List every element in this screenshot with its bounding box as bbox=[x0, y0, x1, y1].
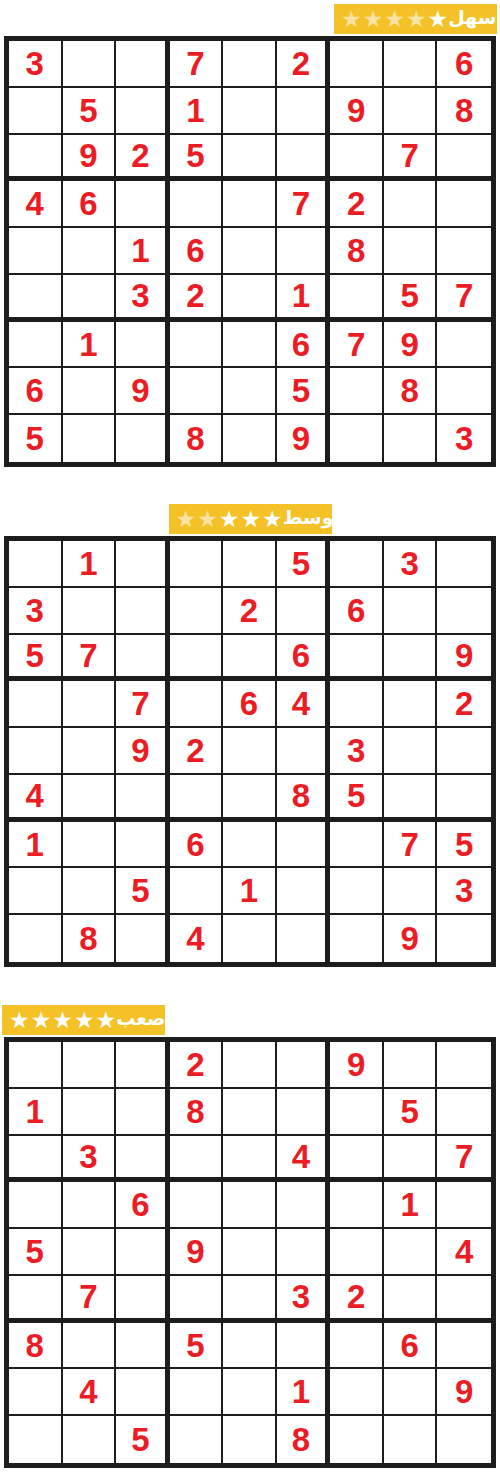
sudoku-cell: 4 bbox=[437, 1229, 491, 1276]
sudoku-cell[interactable] bbox=[116, 588, 170, 635]
sudoku-cell: 8 bbox=[277, 1416, 331, 1463]
sudoku-cell: 6 bbox=[9, 368, 63, 415]
sudoku-cell[interactable] bbox=[384, 775, 438, 822]
sudoku-cell: 5 bbox=[63, 88, 117, 135]
sudoku-cell[interactable] bbox=[330, 368, 384, 415]
sudoku-cell[interactable] bbox=[63, 728, 117, 775]
sudoku-cell: 5 bbox=[116, 868, 170, 915]
sudoku-cell: 6 bbox=[384, 1323, 438, 1370]
sudoku-cell: 6 bbox=[330, 588, 384, 635]
sudoku-cell[interactable] bbox=[116, 88, 170, 135]
sudoku-cell[interactable] bbox=[277, 1182, 331, 1229]
sudoku-cell: 5 bbox=[437, 822, 491, 869]
sudoku-cell[interactable] bbox=[63, 41, 117, 88]
sudoku-cell: 2 bbox=[170, 1042, 224, 1089]
sudoku-cell: 2 bbox=[277, 41, 331, 88]
sudoku-cell[interactable] bbox=[170, 322, 224, 369]
puzzle-section-easy: ★★★★★ سهل 372651989257467216832157167969… bbox=[0, 0, 500, 467]
star-icon: ★ bbox=[52, 1009, 73, 1032]
sudoku-cell: 3 bbox=[277, 1276, 331, 1323]
sudoku-cell[interactable] bbox=[223, 1182, 277, 1229]
sudoku-cell: 3 bbox=[384, 541, 438, 588]
sudoku-cell[interactable] bbox=[223, 1136, 277, 1183]
sudoku-cell: 9 bbox=[170, 1229, 224, 1276]
sudoku-cell: 6 bbox=[223, 681, 277, 728]
sudoku-cell: 3 bbox=[9, 41, 63, 88]
sudoku-cell[interactable] bbox=[170, 1136, 224, 1183]
sudoku-cell: 7 bbox=[384, 135, 438, 182]
sudoku-grid-hard: 291853476159473285641958 bbox=[4, 1037, 496, 1468]
sudoku-cell[interactable] bbox=[437, 915, 491, 962]
sudoku-cell: 1 bbox=[170, 88, 224, 135]
sudoku-cell: 8 bbox=[170, 415, 224, 462]
sudoku-cell: 4 bbox=[63, 1369, 117, 1416]
difficulty-label-medium: وسط bbox=[283, 508, 334, 530]
sudoku-cell[interactable] bbox=[384, 1369, 438, 1416]
sudoku-cell: 2 bbox=[170, 275, 224, 322]
sudoku-cell[interactable] bbox=[223, 1416, 277, 1463]
sudoku-cell[interactable] bbox=[170, 1276, 224, 1323]
sudoku-cell[interactable] bbox=[116, 822, 170, 869]
sudoku-cell: 4 bbox=[9, 775, 63, 822]
sudoku-cell[interactable] bbox=[116, 775, 170, 822]
sudoku-cell[interactable] bbox=[9, 1042, 63, 1089]
sudoku-cell[interactable] bbox=[223, 915, 277, 962]
sudoku-cell: 1 bbox=[277, 275, 331, 322]
sudoku-cell[interactable] bbox=[223, 41, 277, 88]
sudoku-cell[interactable] bbox=[277, 728, 331, 775]
sudoku-cell: 5 bbox=[384, 275, 438, 322]
star-icon: ★ bbox=[9, 1009, 30, 1032]
star-icon: ★ bbox=[341, 8, 362, 31]
sudoku-cell: 9 bbox=[63, 135, 117, 182]
star-icon: ★ bbox=[197, 508, 218, 531]
sudoku-cell[interactable] bbox=[437, 1323, 491, 1370]
sudoku-cell[interactable] bbox=[9, 681, 63, 728]
banner-row-hard: ★★★★★ صعب bbox=[0, 1005, 500, 1035]
sudoku-cell[interactable] bbox=[63, 275, 117, 322]
sudoku-cell: 8 bbox=[9, 1323, 63, 1370]
sudoku-cell[interactable] bbox=[170, 368, 224, 415]
sudoku-cell[interactable] bbox=[9, 135, 63, 182]
sudoku-cell: 3 bbox=[63, 1136, 117, 1183]
sudoku-cell[interactable] bbox=[223, 1089, 277, 1136]
sudoku-cell: 1 bbox=[116, 228, 170, 275]
sudoku-cell[interactable] bbox=[277, 1042, 331, 1089]
sudoku-cell: 9 bbox=[116, 368, 170, 415]
sudoku-cell[interactable] bbox=[330, 1416, 384, 1463]
puzzle-section-medium: ★★★★★ وسط 153326576976429234851675513849 bbox=[0, 504, 500, 967]
sudoku-cell[interactable] bbox=[223, 88, 277, 135]
sudoku-cell: 5 bbox=[330, 775, 384, 822]
sudoku-cell: 7 bbox=[63, 635, 117, 682]
sudoku-cell[interactable] bbox=[116, 322, 170, 369]
difficulty-banner-medium: ★★★★★ وسط bbox=[169, 504, 332, 534]
sudoku-cell[interactable] bbox=[63, 681, 117, 728]
sudoku-cell[interactable] bbox=[9, 1136, 63, 1183]
sudoku-cell[interactable] bbox=[277, 135, 331, 182]
sudoku-cell: 7 bbox=[384, 822, 438, 869]
sudoku-cell[interactable] bbox=[9, 1276, 63, 1323]
sudoku-cell: 9 bbox=[330, 1042, 384, 1089]
sudoku-cell: 3 bbox=[330, 728, 384, 775]
sudoku-cell[interactable] bbox=[437, 1089, 491, 1136]
sudoku-cell: 2 bbox=[330, 181, 384, 228]
sudoku-cell: 8 bbox=[277, 775, 331, 822]
sudoku-cell[interactable] bbox=[170, 181, 224, 228]
sudoku-cell[interactable] bbox=[330, 915, 384, 962]
sudoku-cell[interactable] bbox=[437, 728, 491, 775]
star-icon: ★ bbox=[31, 1009, 52, 1032]
sudoku-cell[interactable] bbox=[384, 635, 438, 682]
sudoku-cell[interactable] bbox=[384, 415, 438, 462]
sudoku-cell[interactable] bbox=[170, 1369, 224, 1416]
sudoku-cell[interactable] bbox=[330, 1136, 384, 1183]
sudoku-cell[interactable] bbox=[63, 228, 117, 275]
sudoku-cell[interactable] bbox=[277, 588, 331, 635]
sudoku-cell[interactable] bbox=[437, 322, 491, 369]
sudoku-cell[interactable] bbox=[384, 1416, 438, 1463]
sudoku-cell[interactable] bbox=[277, 822, 331, 869]
sudoku-cell[interactable] bbox=[223, 135, 277, 182]
sudoku-cell[interactable] bbox=[384, 41, 438, 88]
sudoku-cell[interactable] bbox=[223, 275, 277, 322]
sudoku-cell[interactable] bbox=[223, 181, 277, 228]
sudoku-cell[interactable] bbox=[116, 181, 170, 228]
sudoku-cell[interactable] bbox=[277, 1323, 331, 1370]
sudoku-cell: 7 bbox=[330, 322, 384, 369]
sudoku-cell[interactable] bbox=[116, 635, 170, 682]
sudoku-cell: 4 bbox=[277, 1136, 331, 1183]
sudoku-cell[interactable] bbox=[384, 88, 438, 135]
sudoku-cell[interactable] bbox=[116, 1089, 170, 1136]
sudoku-cell: 5 bbox=[170, 135, 224, 182]
sudoku-cell[interactable] bbox=[330, 1229, 384, 1276]
sudoku-cell[interactable] bbox=[170, 541, 224, 588]
sudoku-cell[interactable] bbox=[330, 1323, 384, 1370]
sudoku-cell[interactable] bbox=[9, 1182, 63, 1229]
sudoku-grid-medium: 153326576976429234851675513849 bbox=[4, 536, 496, 967]
sudoku-cell[interactable] bbox=[437, 1042, 491, 1089]
sudoku-cell: 1 bbox=[9, 822, 63, 869]
sudoku-cell[interactable] bbox=[116, 1369, 170, 1416]
sudoku-cell[interactable] bbox=[223, 368, 277, 415]
sudoku-cell[interactable] bbox=[384, 681, 438, 728]
sudoku-cell: 5 bbox=[116, 1416, 170, 1463]
sudoku-cell[interactable] bbox=[223, 228, 277, 275]
sudoku-cell[interactable] bbox=[384, 1229, 438, 1276]
sudoku-cell: 7 bbox=[170, 41, 224, 88]
sudoku-cell: 5 bbox=[9, 1229, 63, 1276]
sudoku-cell[interactable] bbox=[116, 1323, 170, 1370]
sudoku-cell[interactable] bbox=[384, 588, 438, 635]
sudoku-cell: 7 bbox=[437, 275, 491, 322]
sudoku-cell[interactable] bbox=[437, 181, 491, 228]
difficulty-banner-hard: ★★★★★ صعب bbox=[2, 1005, 165, 1035]
sudoku-cell[interactable] bbox=[277, 1229, 331, 1276]
sudoku-cell[interactable] bbox=[330, 415, 384, 462]
puzzle-section-hard: ★★★★★ صعب 291853476159473285641958 bbox=[0, 1005, 500, 1468]
sudoku-cell: 3 bbox=[437, 868, 491, 915]
sudoku-cell[interactable] bbox=[63, 1089, 117, 1136]
difficulty-stars-hard: ★★★★★ bbox=[9, 1009, 116, 1032]
sudoku-cell: 8 bbox=[437, 88, 491, 135]
sudoku-cell[interactable] bbox=[63, 868, 117, 915]
sudoku-cell[interactable] bbox=[384, 228, 438, 275]
sudoku-cell[interactable] bbox=[116, 1229, 170, 1276]
star-icon: ★ bbox=[74, 1009, 95, 1032]
sudoku-cell: 9 bbox=[384, 915, 438, 962]
sudoku-cell[interactable] bbox=[63, 775, 117, 822]
sudoku-cell: 6 bbox=[63, 181, 117, 228]
sudoku-cell[interactable] bbox=[116, 41, 170, 88]
sudoku-cell[interactable] bbox=[9, 88, 63, 135]
star-icon: ★ bbox=[363, 8, 384, 31]
sudoku-cell[interactable] bbox=[170, 1416, 224, 1463]
sudoku-cell[interactable] bbox=[437, 135, 491, 182]
sudoku-cell: 2 bbox=[116, 135, 170, 182]
difficulty-stars-medium: ★★★★★ bbox=[176, 508, 283, 531]
sudoku-cell[interactable] bbox=[170, 1182, 224, 1229]
sudoku-cell: 1 bbox=[63, 322, 117, 369]
sudoku-cell[interactable] bbox=[223, 415, 277, 462]
sudoku-cell: 9 bbox=[116, 728, 170, 775]
sudoku-cell[interactable] bbox=[223, 1369, 277, 1416]
sudoku-cell[interactable] bbox=[223, 1042, 277, 1089]
difficulty-label-hard: صعب bbox=[116, 1009, 165, 1031]
sudoku-cell[interactable] bbox=[223, 1276, 277, 1323]
sudoku-cell: 3 bbox=[116, 275, 170, 322]
sudoku-cell: 4 bbox=[9, 181, 63, 228]
sudoku-cell: 8 bbox=[170, 1089, 224, 1136]
sudoku-cell[interactable] bbox=[9, 1369, 63, 1416]
banner-row-easy: ★★★★★ سهل bbox=[0, 0, 500, 34]
sudoku-cell[interactable] bbox=[9, 322, 63, 369]
sudoku-cell[interactable] bbox=[330, 681, 384, 728]
sudoku-cell[interactable] bbox=[384, 181, 438, 228]
sudoku-cell[interactable] bbox=[384, 1276, 438, 1323]
sudoku-cell[interactable] bbox=[63, 588, 117, 635]
sudoku-cell[interactable] bbox=[170, 868, 224, 915]
sudoku-cell[interactable] bbox=[330, 1369, 384, 1416]
difficulty-banner-easy: ★★★★★ سهل bbox=[334, 4, 497, 34]
sudoku-cell[interactable] bbox=[437, 368, 491, 415]
sudoku-cell[interactable] bbox=[9, 228, 63, 275]
star-icon: ★ bbox=[219, 508, 240, 531]
sudoku-cell[interactable] bbox=[384, 728, 438, 775]
sudoku-cell[interactable] bbox=[63, 822, 117, 869]
sudoku-cell[interactable] bbox=[384, 1042, 438, 1089]
sudoku-cell[interactable] bbox=[277, 228, 331, 275]
sudoku-cell[interactable] bbox=[170, 681, 224, 728]
sudoku-cell[interactable] bbox=[63, 368, 117, 415]
sudoku-cell: 1 bbox=[9, 1089, 63, 1136]
sudoku-page: ★★★★★ سهل 372651989257467216832157167969… bbox=[0, 0, 500, 1468]
sudoku-cell[interactable] bbox=[9, 541, 63, 588]
sudoku-cell[interactable] bbox=[384, 1136, 438, 1183]
sudoku-cell[interactable] bbox=[330, 868, 384, 915]
sudoku-cell[interactable] bbox=[170, 635, 224, 682]
sudoku-cell[interactable] bbox=[9, 275, 63, 322]
sudoku-cell[interactable] bbox=[116, 415, 170, 462]
star-icon: ★ bbox=[176, 508, 197, 531]
sudoku-cell[interactable] bbox=[9, 915, 63, 962]
sudoku-cell[interactable] bbox=[170, 588, 224, 635]
sudoku-cell[interactable] bbox=[63, 1323, 117, 1370]
sudoku-cell[interactable] bbox=[223, 1323, 277, 1370]
sudoku-cell[interactable] bbox=[223, 635, 277, 682]
sudoku-cell[interactable] bbox=[437, 1416, 491, 1463]
sudoku-cell[interactable] bbox=[116, 1276, 170, 1323]
sudoku-cell[interactable] bbox=[330, 41, 384, 88]
sudoku-cell: 2 bbox=[330, 1276, 384, 1323]
sudoku-cell: 5 bbox=[9, 635, 63, 682]
sudoku-cell[interactable] bbox=[277, 915, 331, 962]
sudoku-cell: 6 bbox=[277, 635, 331, 682]
sudoku-cell: 9 bbox=[277, 415, 331, 462]
sudoku-cell: 8 bbox=[384, 368, 438, 415]
sudoku-cell: 6 bbox=[116, 1182, 170, 1229]
sudoku-cell[interactable] bbox=[63, 1416, 117, 1463]
sudoku-cell[interactable] bbox=[330, 275, 384, 322]
sudoku-cell[interactable] bbox=[170, 775, 224, 822]
sudoku-cell[interactable] bbox=[330, 541, 384, 588]
sudoku-cell: 9 bbox=[437, 635, 491, 682]
sudoku-cell: 7 bbox=[437, 1136, 491, 1183]
banner-row-medium: ★★★★★ وسط bbox=[0, 504, 500, 534]
star-icon: ★ bbox=[384, 8, 405, 31]
sudoku-cell: 4 bbox=[170, 915, 224, 962]
sudoku-cell[interactable] bbox=[437, 1276, 491, 1323]
sudoku-cell: 3 bbox=[437, 415, 491, 462]
sudoku-cell[interactable] bbox=[116, 1042, 170, 1089]
sudoku-cell[interactable] bbox=[116, 1136, 170, 1183]
sudoku-cell[interactable] bbox=[63, 1229, 117, 1276]
sudoku-cell[interactable] bbox=[223, 322, 277, 369]
sudoku-cell: 9 bbox=[437, 1369, 491, 1416]
sudoku-cell[interactable] bbox=[330, 635, 384, 682]
sudoku-cell[interactable] bbox=[330, 1182, 384, 1229]
sudoku-cell: 9 bbox=[330, 88, 384, 135]
difficulty-stars-easy: ★★★★★ bbox=[341, 8, 448, 31]
sudoku-cell[interactable] bbox=[223, 822, 277, 869]
sudoku-cell[interactable] bbox=[437, 588, 491, 635]
sudoku-cell: 6 bbox=[170, 228, 224, 275]
sudoku-cell[interactable] bbox=[63, 415, 117, 462]
sudoku-cell[interactable] bbox=[223, 775, 277, 822]
sudoku-cell[interactable] bbox=[437, 541, 491, 588]
sudoku-cell: 5 bbox=[277, 541, 331, 588]
sudoku-cell: 1 bbox=[63, 541, 117, 588]
sudoku-cell: 5 bbox=[384, 1089, 438, 1136]
sudoku-cell[interactable] bbox=[116, 541, 170, 588]
sudoku-cell: 1 bbox=[277, 1369, 331, 1416]
sudoku-cell: 7 bbox=[63, 1276, 117, 1323]
sudoku-cell[interactable] bbox=[437, 1182, 491, 1229]
sudoku-cell: 2 bbox=[223, 588, 277, 635]
sudoku-cell[interactable] bbox=[9, 1416, 63, 1463]
sudoku-cell[interactable] bbox=[384, 868, 438, 915]
sudoku-cell[interactable] bbox=[63, 1042, 117, 1089]
sudoku-cell: 6 bbox=[277, 322, 331, 369]
sudoku-cell[interactable] bbox=[277, 1089, 331, 1136]
sudoku-cell: 3 bbox=[9, 588, 63, 635]
sudoku-cell: 5 bbox=[277, 368, 331, 415]
sudoku-cell[interactable] bbox=[330, 822, 384, 869]
sudoku-cell[interactable] bbox=[223, 1229, 277, 1276]
sudoku-cell[interactable] bbox=[437, 775, 491, 822]
sudoku-cell: 5 bbox=[170, 1323, 224, 1370]
star-icon: ★ bbox=[96, 1009, 117, 1032]
sudoku-cell[interactable] bbox=[63, 1182, 117, 1229]
sudoku-cell: 6 bbox=[170, 822, 224, 869]
sudoku-cell: 9 bbox=[384, 322, 438, 369]
sudoku-cell: 2 bbox=[170, 728, 224, 775]
sudoku-grid-easy: 372651989257467216832157167969585893 bbox=[4, 36, 496, 467]
sudoku-cell: 6 bbox=[437, 41, 491, 88]
star-icon: ★ bbox=[262, 508, 283, 531]
sudoku-cell: 8 bbox=[63, 915, 117, 962]
sudoku-cell: 1 bbox=[384, 1182, 438, 1229]
sudoku-cell: 2 bbox=[437, 681, 491, 728]
sudoku-cell[interactable] bbox=[223, 541, 277, 588]
sudoku-cell[interactable] bbox=[330, 135, 384, 182]
sudoku-cell: 7 bbox=[277, 181, 331, 228]
sudoku-cell: 7 bbox=[116, 681, 170, 728]
sudoku-cell[interactable] bbox=[437, 228, 491, 275]
sudoku-cell[interactable] bbox=[9, 728, 63, 775]
sudoku-cell: 1 bbox=[223, 868, 277, 915]
star-icon: ★ bbox=[240, 508, 261, 531]
sudoku-cell[interactable] bbox=[330, 1089, 384, 1136]
star-icon: ★ bbox=[406, 8, 427, 31]
sudoku-cell: 4 bbox=[277, 681, 331, 728]
sudoku-cell[interactable] bbox=[223, 728, 277, 775]
sudoku-cell[interactable] bbox=[277, 88, 331, 135]
sudoku-cell: 5 bbox=[9, 415, 63, 462]
sudoku-cell[interactable] bbox=[277, 868, 331, 915]
sudoku-cell[interactable] bbox=[9, 868, 63, 915]
star-icon: ★ bbox=[428, 8, 449, 31]
difficulty-label-easy: سهل bbox=[448, 8, 496, 30]
sudoku-cell: 8 bbox=[330, 228, 384, 275]
sudoku-cell[interactable] bbox=[116, 915, 170, 962]
